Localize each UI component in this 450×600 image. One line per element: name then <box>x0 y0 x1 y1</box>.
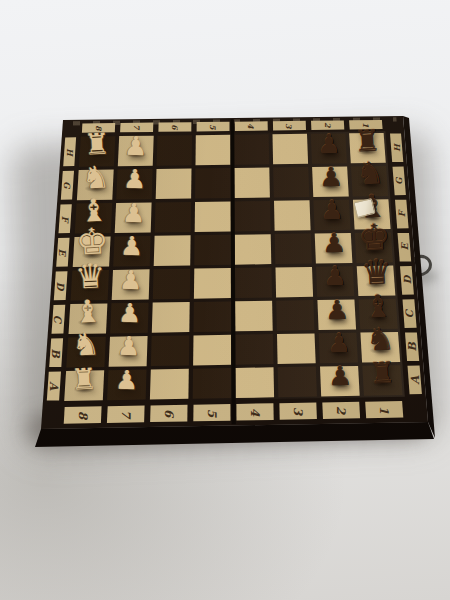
piece-black-pawn-h2[interactable]: ♟ <box>307 122 351 157</box>
black-pawn-glyph: ♟ <box>325 297 349 323</box>
piece-black-pawn-a2[interactable]: ♟ <box>318 354 362 389</box>
piece-white-pawn-a7[interactable]: ♟ <box>105 358 149 393</box>
black-pawn-glyph: ♟ <box>323 263 347 289</box>
pieces-layer: ♜♟♟♜♞♟♟♞♝♟♟♝♚♟♟♚♛♟♟♛♝♟♟♝♞♟♟♞♜♟♟♜ <box>0 0 450 600</box>
piece-black-pawn-d2[interactable]: ♟ <box>313 254 357 289</box>
piece-white-rook-a8[interactable]: ♜ <box>62 356 106 394</box>
photo-of-folding-chess-set: 88HH77GG66FF55EE44DD33CC22BB11AA ♜♟♟♜♞♟♟… <box>0 0 450 600</box>
piece-black-pawn-e2[interactable]: ♟ <box>311 221 355 256</box>
piece-white-knight-b8[interactable]: ♞ <box>64 320 108 360</box>
white-pawn-glyph: ♟ <box>122 166 146 193</box>
black-pawn-glyph: ♟ <box>326 330 350 356</box>
piece-black-pawn-c2[interactable]: ♟ <box>315 288 359 323</box>
white-pawn-glyph: ♟ <box>117 300 141 327</box>
black-pawn-glyph: ♟ <box>328 363 352 389</box>
white-pawn-glyph: ♟ <box>121 199 145 226</box>
piece-white-pawn-f7[interactable]: ♟ <box>111 191 155 226</box>
black-pawn-glyph: ♟ <box>317 130 341 156</box>
piece-black-pawn-f2[interactable]: ♟ <box>310 188 354 223</box>
piece-white-pawn-h7[interactable]: ♟ <box>114 124 158 159</box>
piece-black-pawn-g2[interactable]: ♟ <box>308 155 352 190</box>
white-pawn-glyph: ♟ <box>119 266 143 293</box>
black-pawn-glyph: ♟ <box>318 164 342 190</box>
piece-black-knight-b1[interactable]: ♞ <box>358 315 402 355</box>
piece-white-pawn-d7[interactable]: ♟ <box>109 258 153 293</box>
piece-white-pawn-c7[interactable]: ♟ <box>107 291 151 326</box>
piece-white-pawn-e7[interactable]: ♟ <box>110 224 154 259</box>
black-pawn-glyph: ♟ <box>320 197 344 223</box>
piece-black-rook-a1[interactable]: ♜ <box>360 350 404 388</box>
black-pawn-glyph: ♟ <box>322 230 346 256</box>
piece-white-pawn-b7[interactable]: ♟ <box>106 324 150 359</box>
white-rook-glyph: ♜ <box>71 364 98 394</box>
piece-white-pawn-g7[interactable]: ♟ <box>113 157 157 192</box>
piece-black-pawn-b2[interactable]: ♟ <box>316 321 360 356</box>
white-pawn-glyph: ♟ <box>120 233 144 260</box>
white-pawn-glyph: ♟ <box>116 333 140 360</box>
white-pawn-glyph: ♟ <box>115 366 139 393</box>
black-rook-glyph: ♜ <box>369 359 396 389</box>
white-pawn-glyph: ♟ <box>124 133 148 160</box>
